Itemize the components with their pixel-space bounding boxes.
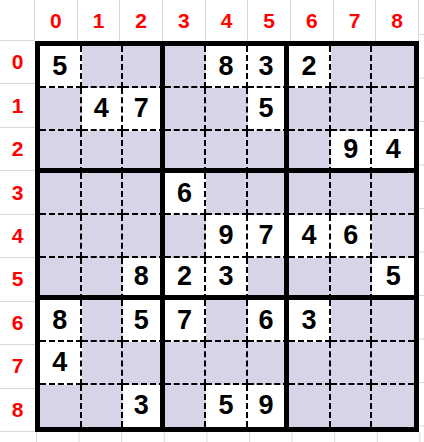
cell-r3c2[interactable] (123, 173, 165, 215)
cell-r0c4[interactable]: 8 (206, 46, 248, 88)
sudoku-board: 583247594697468235857634359 (35, 41, 419, 432)
cell-r5c4[interactable]: 3 (206, 258, 248, 300)
cell-r0c7[interactable] (331, 46, 373, 88)
cell-r1c0[interactable] (40, 88, 82, 130)
cell-r7c2[interactable] (123, 342, 165, 384)
cell-r0c2[interactable] (123, 46, 165, 88)
cell-r6c6[interactable]: 3 (289, 300, 331, 342)
cell-r2c2[interactable] (123, 131, 165, 173)
col-header-4: 4 (206, 0, 249, 41)
col-header-5: 5 (248, 0, 291, 41)
cell-r0c6[interactable]: 2 (289, 46, 331, 88)
cell-r6c3[interactable]: 7 (165, 300, 207, 342)
cell-r3c8[interactable] (372, 173, 414, 215)
col-header-8: 8 (376, 0, 419, 41)
cell-r6c2[interactable]: 5 (123, 300, 165, 342)
cell-r2c5[interactable] (248, 131, 290, 173)
row-header-4: 4 (0, 215, 35, 258)
sudoku-page: 012345678 012345678 58324759469746823585… (0, 0, 424, 442)
cell-r4c2[interactable] (123, 215, 165, 257)
cell-r0c8[interactable] (372, 46, 414, 88)
cell-r1c3[interactable] (165, 88, 207, 130)
cell-r5c2[interactable]: 8 (123, 258, 165, 300)
cell-r7c4[interactable] (206, 342, 248, 384)
cell-r5c7[interactable] (331, 258, 373, 300)
cell-r7c6[interactable] (289, 342, 331, 384)
cell-r8c3[interactable] (165, 385, 207, 427)
col-header-7: 7 (334, 0, 377, 41)
col-header-0: 0 (35, 0, 78, 41)
cell-r5c1[interactable] (82, 258, 124, 300)
cell-r8c8[interactable] (372, 385, 414, 427)
col-header-3: 3 (163, 0, 206, 41)
cell-r2c0[interactable] (40, 131, 82, 173)
cell-r6c0[interactable]: 8 (40, 300, 82, 342)
cell-r1c5[interactable]: 5 (248, 88, 290, 130)
cell-r3c5[interactable] (248, 173, 290, 215)
row-header-6: 6 (0, 302, 35, 345)
cell-r4c8[interactable] (372, 215, 414, 257)
col-header-6: 6 (291, 0, 334, 41)
cell-r3c1[interactable] (82, 173, 124, 215)
row-header-0: 0 (0, 41, 35, 84)
cell-r8c5[interactable]: 9 (248, 385, 290, 427)
row-header-8: 8 (0, 389, 35, 432)
cell-r0c0[interactable]: 5 (40, 46, 82, 88)
cell-r3c7[interactable] (331, 173, 373, 215)
cell-r2c6[interactable] (289, 131, 331, 173)
bottom-margin (0, 432, 424, 442)
cell-r2c4[interactable] (206, 131, 248, 173)
cell-r2c7[interactable]: 9 (331, 131, 373, 173)
cell-r0c5[interactable]: 3 (248, 46, 290, 88)
cell-r4c0[interactable] (40, 215, 82, 257)
cell-r4c7[interactable]: 6 (331, 215, 373, 257)
cell-r2c3[interactable] (165, 131, 207, 173)
col-header-2: 2 (120, 0, 163, 41)
row-header-5: 5 (0, 258, 35, 301)
cell-r7c3[interactable] (165, 342, 207, 384)
cell-r7c1[interactable] (82, 342, 124, 384)
cell-r4c1[interactable] (82, 215, 124, 257)
cell-r5c0[interactable] (40, 258, 82, 300)
cell-r8c0[interactable] (40, 385, 82, 427)
cell-r0c3[interactable] (165, 46, 207, 88)
cell-r5c6[interactable] (289, 258, 331, 300)
cell-r7c0[interactable]: 4 (40, 342, 82, 384)
cell-r7c7[interactable] (331, 342, 373, 384)
row-header-7: 7 (0, 345, 35, 388)
cell-r6c8[interactable] (372, 300, 414, 342)
column-headers: 012345678 (35, 0, 419, 41)
cell-r8c6[interactable] (289, 385, 331, 427)
cell-r2c1[interactable] (82, 131, 124, 173)
cell-r3c4[interactable] (206, 173, 248, 215)
row-header-3: 3 (0, 171, 35, 214)
right-margin (419, 0, 424, 442)
cell-r1c4[interactable] (206, 88, 248, 130)
cell-r1c7[interactable] (331, 88, 373, 130)
cell-r5c8[interactable]: 5 (372, 258, 414, 300)
cell-r5c5[interactable] (248, 258, 290, 300)
row-headers: 012345678 (0, 41, 35, 432)
col-header-1: 1 (78, 0, 121, 41)
cell-r4c5[interactable]: 7 (248, 215, 290, 257)
cell-r5c3[interactable]: 2 (165, 258, 207, 300)
cell-r3c6[interactable] (289, 173, 331, 215)
row-header-1: 1 (0, 84, 35, 127)
cell-r6c1[interactable] (82, 300, 124, 342)
cell-r8c4[interactable]: 5 (206, 385, 248, 427)
cell-r1c8[interactable] (372, 88, 414, 130)
cell-r0c1[interactable] (82, 46, 124, 88)
cell-r8c2[interactable]: 3 (123, 385, 165, 427)
cell-r6c4[interactable] (206, 300, 248, 342)
cell-r2c8[interactable]: 4 (372, 131, 414, 173)
cell-r4c3[interactable] (165, 215, 207, 257)
cell-r1c6[interactable] (289, 88, 331, 130)
cell-r8c1[interactable] (82, 385, 124, 427)
cell-r6c7[interactable] (331, 300, 373, 342)
cell-r7c5[interactable] (248, 342, 290, 384)
cell-r1c2[interactable]: 7 (123, 88, 165, 130)
cell-r3c0[interactable] (40, 173, 82, 215)
row-header-2: 2 (0, 128, 35, 171)
cell-r8c7[interactable] (331, 385, 373, 427)
cell-r4c4[interactable]: 9 (206, 215, 248, 257)
cell-r4c6[interactable]: 4 (289, 215, 331, 257)
cell-r7c8[interactable] (372, 342, 414, 384)
cell-r6c5[interactable]: 6 (248, 300, 290, 342)
cell-r1c1[interactable]: 4 (82, 88, 124, 130)
cell-r3c3[interactable]: 6 (165, 173, 207, 215)
corner-cell (0, 0, 35, 41)
